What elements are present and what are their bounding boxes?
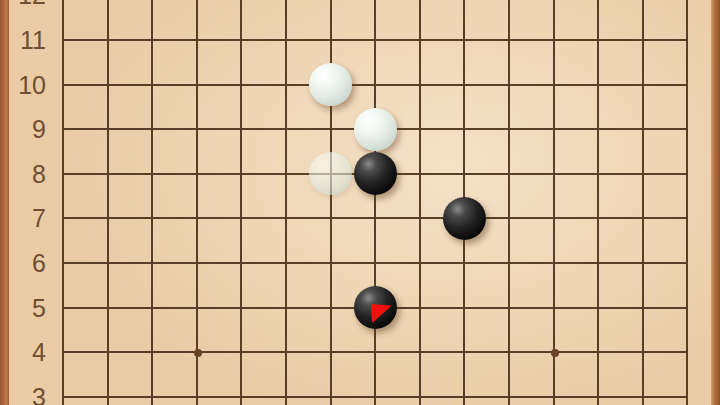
star-point	[551, 349, 559, 357]
row-label-4: 4	[0, 337, 46, 367]
last-move-marker	[371, 304, 392, 323]
row-label-9: 9	[0, 114, 46, 144]
row-label-11: 11	[0, 25, 46, 55]
black-stone[interactable]	[354, 152, 397, 195]
row-label-6: 6	[0, 248, 46, 278]
go-board[interactable]: 1211109876543	[0, 0, 720, 405]
white-stone[interactable]	[309, 63, 352, 106]
row-label-12: 12	[0, 0, 46, 10]
black-stone[interactable]	[354, 286, 397, 329]
row-label-8: 8	[0, 159, 46, 189]
wood-edge-right	[711, 0, 720, 405]
grid-horizontal-lines	[62, 39, 688, 399]
black-stone[interactable]	[443, 197, 486, 240]
row-label-5: 5	[0, 293, 46, 323]
row-label-10: 10	[0, 70, 46, 100]
row-label-3: 3	[0, 382, 46, 405]
row-label-7: 7	[0, 203, 46, 233]
star-point	[194, 349, 202, 357]
white-stone[interactable]	[354, 108, 397, 151]
